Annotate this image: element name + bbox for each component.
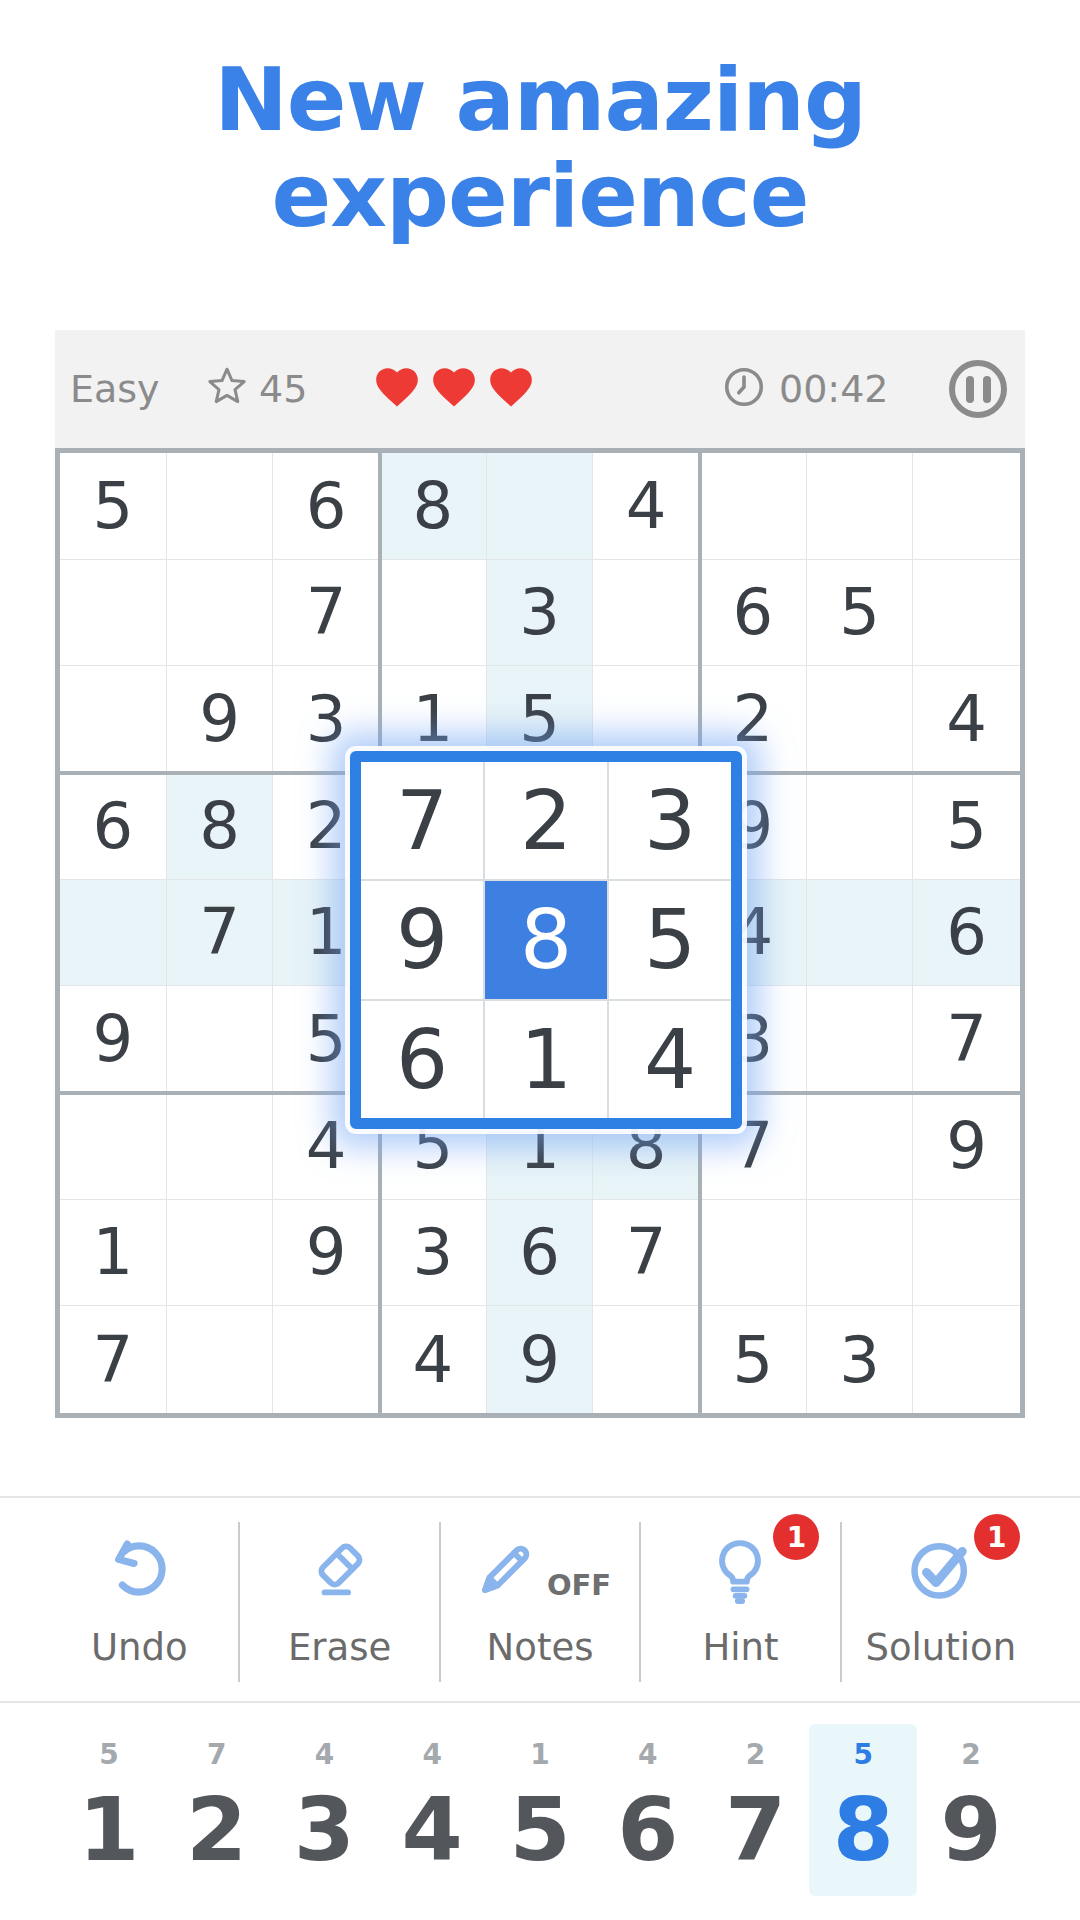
remaining-count: 4 <box>315 1738 334 1778</box>
grid-cell-r9c8[interactable]: 3 <box>807 1306 914 1413</box>
grid-cell-r9c3[interactable] <box>273 1306 380 1413</box>
toolbar: Undo Erase <box>40 1516 1040 1688</box>
page-title: New amazing experience <box>0 52 1080 244</box>
remaining-count: 1 <box>530 1738 549 1778</box>
grid-cell-r3c9[interactable]: 4 <box>913 666 1020 773</box>
notes-state: OFF <box>547 1568 611 1610</box>
numpad-digit: 4 <box>402 1778 463 1882</box>
heart-icon <box>370 362 424 416</box>
grid-cell-r1c3[interactable]: 6 <box>273 453 380 560</box>
numpad-key-4[interactable]: 44 <box>378 1724 486 1896</box>
grid-cell-r7c2[interactable] <box>167 1093 274 1200</box>
grid-cell-r2c3[interactable]: 7 <box>273 560 380 667</box>
grid-cell-r4c2[interactable]: 8 <box>167 773 274 880</box>
numpad-digit: 9 <box>940 1778 1001 1882</box>
check-circle-icon <box>904 1532 978 1610</box>
undo-label: Undo <box>91 1626 188 1669</box>
solution-label: Solution <box>865 1626 1016 1669</box>
star-score: 45 <box>203 363 307 415</box>
numpad-digit: 2 <box>186 1778 247 1882</box>
numpad-key-6[interactable]: 46 <box>594 1724 702 1896</box>
remaining-count: 2 <box>746 1738 765 1778</box>
sudoku-board: 5684736593152468272395719854695614374518… <box>55 448 1025 1418</box>
remaining-count: 4 <box>638 1738 657 1778</box>
numpad-key-7[interactable]: 27 <box>702 1724 810 1896</box>
grid-cell-r2c4[interactable] <box>380 560 487 667</box>
pause-button[interactable] <box>949 360 1007 418</box>
grid-cell-r9c4[interactable]: 4 <box>380 1306 487 1413</box>
status-bar: Easy 45 00:42 <box>55 330 1025 448</box>
grid-cell-r8c4[interactable]: 3 <box>380 1200 487 1307</box>
grid-cell-r1c6[interactable]: 4 <box>593 453 700 560</box>
solution-button[interactable]: 1 Solution <box>842 1516 1040 1688</box>
timer: 00:42 <box>721 364 889 414</box>
solution-badge: 1 <box>974 1514 1020 1560</box>
grid-cell-r8c8[interactable] <box>807 1200 914 1307</box>
zoomed-cell[interactable]: 5 <box>609 881 731 998</box>
page-title-line2: experience <box>0 148 1080 244</box>
grid-cell-r9c5[interactable]: 9 <box>487 1306 594 1413</box>
grid-cell-r2c5[interactable]: 3 <box>487 560 594 667</box>
zoomed-cell[interactable]: 3 <box>609 762 731 879</box>
grid-cell-r2c9[interactable] <box>913 560 1020 667</box>
pause-icon <box>966 376 974 403</box>
grid-cell-r1c8[interactable] <box>807 453 914 560</box>
notes-label: Notes <box>487 1626 594 1669</box>
grid-cell-r6c8[interactable] <box>807 986 914 1093</box>
zoomed-cell[interactable]: 2 <box>485 762 607 879</box>
zoomed-cell[interactable]: 4 <box>609 1001 731 1118</box>
star-count: 45 <box>259 367 307 411</box>
grid-cell-r8c6[interactable]: 7 <box>593 1200 700 1307</box>
grid-cell-r9c9[interactable] <box>913 1306 1020 1413</box>
numpad-digit: 3 <box>294 1778 355 1882</box>
grid-cell-r2c2[interactable] <box>167 560 274 667</box>
divider-top <box>0 1496 1080 1498</box>
grid-cell-r1c4[interactable]: 8 <box>380 453 487 560</box>
lightbulb-icon <box>703 1532 777 1610</box>
grid-cell-r3c1[interactable] <box>60 666 167 773</box>
grid-cell-r9c6[interactable] <box>593 1306 700 1413</box>
grid-cell-r5c8[interactable] <box>807 880 914 987</box>
numpad-key-5[interactable]: 15 <box>486 1724 594 1896</box>
numpad-key-3[interactable]: 43 <box>271 1724 379 1896</box>
grid-cell-r8c3[interactable]: 9 <box>273 1200 380 1307</box>
remaining-count: 4 <box>422 1738 441 1778</box>
hint-button[interactable]: 1 Hint <box>641 1516 839 1688</box>
zoomed-cell[interactable]: 7 <box>361 762 483 879</box>
zoomed-box-overlay: 723985614 <box>350 751 742 1129</box>
grid-cell-r4c9[interactable]: 5 <box>913 773 1020 880</box>
eraser-icon <box>303 1532 377 1610</box>
grid-cell-r8c7[interactable] <box>700 1200 807 1307</box>
undo-icon <box>102 1532 176 1610</box>
remaining-count: 2 <box>961 1738 980 1778</box>
grid-cell-r2c1[interactable] <box>60 560 167 667</box>
grid-cell-r2c6[interactable] <box>593 560 700 667</box>
notes-button[interactable]: OFF Notes <box>441 1516 639 1688</box>
hint-label: Hint <box>702 1626 778 1669</box>
grid-cell-r9c2[interactable] <box>167 1306 274 1413</box>
grid-cell-r3c2[interactable]: 9 <box>167 666 274 773</box>
hint-badge: 1 <box>773 1514 819 1560</box>
grid-cell-r3c8[interactable] <box>807 666 914 773</box>
numpad-digit: 8 <box>833 1778 894 1882</box>
numpad-digit: 1 <box>78 1778 139 1882</box>
page-title-line1: New amazing <box>0 52 1080 148</box>
grid-cell-r1c5[interactable] <box>487 453 594 560</box>
pencil-icon <box>469 1532 543 1610</box>
star-icon <box>203 363 251 415</box>
grid-cell-r2c7[interactable]: 6 <box>700 560 807 667</box>
grid-cell-r6c1[interactable]: 9 <box>60 986 167 1093</box>
grid-cell-r8c1[interactable]: 1 <box>60 1200 167 1307</box>
zoomed-cell[interactable]: 6 <box>361 1001 483 1118</box>
grid-cell-r9c1[interactable]: 7 <box>60 1306 167 1413</box>
grid-cell-r7c9[interactable]: 9 <box>913 1093 1020 1200</box>
grid-cell-r8c5[interactable]: 6 <box>487 1200 594 1307</box>
numpad-key-9[interactable]: 29 <box>917 1724 1025 1896</box>
numpad-key-8[interactable]: 58 <box>809 1724 917 1896</box>
numpad-digit: 7 <box>725 1778 786 1882</box>
grid-cell-r1c7[interactable] <box>700 453 807 560</box>
selected-cell[interactable]: 8 <box>485 881 607 998</box>
clock-icon <box>721 364 767 414</box>
grid-cell-r8c2[interactable] <box>167 1200 274 1307</box>
timer-value: 00:42 <box>779 367 889 411</box>
grid-cell-r7c8[interactable] <box>807 1093 914 1200</box>
difficulty-label: Easy <box>70 367 160 411</box>
numpad-digit: 5 <box>509 1778 570 1882</box>
numpad-digit: 6 <box>617 1778 678 1882</box>
heart-icon <box>427 362 481 416</box>
zoomed-cell[interactable]: 9 <box>361 881 483 998</box>
erase-label: Erase <box>288 1626 391 1669</box>
remaining-count: 7 <box>207 1738 226 1778</box>
grid-cell-r6c2[interactable] <box>167 986 274 1093</box>
grid-cell-r5c9[interactable]: 6 <box>913 880 1020 987</box>
undo-button[interactable]: Undo <box>40 1516 238 1688</box>
sudoku-app-screen: New amazing experience Easy 45 00:42 <box>0 0 1080 1920</box>
grid-cell-r4c1[interactable]: 6 <box>60 773 167 880</box>
numpad-key-1[interactable]: 51 <box>55 1724 163 1896</box>
grid-cell-r5c2[interactable]: 7 <box>167 880 274 987</box>
numpad-key-2[interactable]: 72 <box>163 1724 271 1896</box>
erase-button[interactable]: Erase <box>240 1516 438 1688</box>
divider-bottom <box>0 1701 1080 1703</box>
grid-cell-r5c1[interactable] <box>60 880 167 987</box>
grid-cell-r9c7[interactable]: 5 <box>700 1306 807 1413</box>
grid-cell-r1c1[interactable]: 5 <box>60 453 167 560</box>
grid-cell-r1c9[interactable] <box>913 453 1020 560</box>
remaining-count: 5 <box>99 1738 118 1778</box>
lives-hearts <box>370 362 538 416</box>
remaining-count: 5 <box>854 1738 873 1778</box>
numpad: 517243441546275829 <box>55 1724 1025 1896</box>
grid-cell-r8c9[interactable] <box>913 1200 1020 1307</box>
grid-cell-r2c8[interactable]: 5 <box>807 560 914 667</box>
zoomed-cell[interactable]: 1 <box>485 1001 607 1118</box>
grid-cell-r7c1[interactable] <box>60 1093 167 1200</box>
heart-icon <box>484 362 538 416</box>
grid-cell-r1c2[interactable] <box>167 453 274 560</box>
grid-cell-r4c8[interactable] <box>807 773 914 880</box>
grid-cell-r6c9[interactable]: 7 <box>913 986 1020 1093</box>
